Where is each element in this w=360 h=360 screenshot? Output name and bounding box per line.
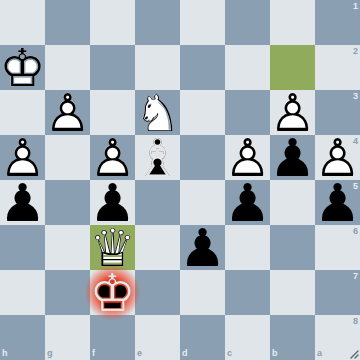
file-label-g: g bbox=[47, 349, 53, 358]
black-bishop[interactable]: ♝♗ bbox=[135, 135, 180, 180]
square-a7[interactable]: 7 bbox=[315, 270, 360, 315]
square-e1[interactable] bbox=[135, 0, 180, 45]
piece-fill-glyph: ♝ bbox=[135, 135, 180, 180]
piece-outline-glyph: ♙ bbox=[0, 135, 45, 180]
square-e6[interactable] bbox=[135, 225, 180, 270]
square-b1[interactable] bbox=[270, 0, 315, 45]
square-g7[interactable] bbox=[45, 270, 90, 315]
square-h8[interactable]: h bbox=[0, 315, 45, 360]
square-b6[interactable] bbox=[270, 225, 315, 270]
square-c1[interactable] bbox=[225, 0, 270, 45]
piece-outline-glyph: ♘ bbox=[135, 90, 180, 135]
piece-fill-glyph: ♟ bbox=[270, 90, 315, 135]
file-label-d: d bbox=[182, 349, 188, 358]
white-pawn[interactable]: ♟♙ bbox=[45, 90, 90, 135]
square-c3[interactable] bbox=[225, 90, 270, 135]
square-g2[interactable] bbox=[45, 45, 90, 90]
piece-fill-glyph: ♚ bbox=[0, 45, 45, 90]
piece-fill-glyph: ♛ bbox=[90, 225, 135, 270]
piece-outline-glyph: ♕ bbox=[90, 225, 135, 270]
piece-outline-glyph: ♙ bbox=[45, 90, 90, 135]
square-d4[interactable] bbox=[180, 135, 225, 180]
square-c2[interactable] bbox=[225, 45, 270, 90]
square-e8[interactable]: e bbox=[135, 315, 180, 360]
square-d7[interactable] bbox=[180, 270, 225, 315]
piece-fill-glyph: ♟ bbox=[225, 135, 270, 180]
piece-fill-glyph: ♟ bbox=[90, 180, 135, 225]
piece-fill-glyph: ♟ bbox=[45, 90, 90, 135]
square-g5[interactable] bbox=[45, 180, 90, 225]
square-f3[interactable] bbox=[90, 90, 135, 135]
file-label-b: b bbox=[272, 349, 278, 358]
square-f1[interactable] bbox=[90, 0, 135, 45]
square-d3[interactable] bbox=[180, 90, 225, 135]
white-king[interactable]: ♚♔ bbox=[0, 45, 45, 90]
rank-label-8: 8 bbox=[353, 317, 358, 326]
piece-outline-glyph: ♙ bbox=[315, 135, 360, 180]
square-c8[interactable]: c bbox=[225, 315, 270, 360]
white-pawn[interactable]: ♟♙ bbox=[225, 135, 270, 180]
black-pawn[interactable]: ♟ bbox=[225, 180, 270, 225]
piece-outline-glyph: ♔ bbox=[90, 270, 135, 315]
piece-outline-glyph: ♙ bbox=[225, 135, 270, 180]
square-d1[interactable] bbox=[180, 0, 225, 45]
square-b7[interactable] bbox=[270, 270, 315, 315]
square-g6[interactable] bbox=[45, 225, 90, 270]
square-d8[interactable]: d bbox=[180, 315, 225, 360]
file-label-c: c bbox=[227, 349, 232, 358]
resize-handle-icon[interactable] bbox=[348, 348, 359, 359]
piece-fill-glyph: ♟ bbox=[0, 180, 45, 225]
piece-outline-glyph: ♙ bbox=[90, 135, 135, 180]
chess-board: 1234567hgfedcb8a♚♔♟♙♞♘♟♙♟♙♟♙♝♗♟♙♟♟♙♟♟♟♟♛… bbox=[0, 0, 360, 360]
piece-fill-glyph: ♚ bbox=[90, 270, 135, 315]
square-h7[interactable] bbox=[0, 270, 45, 315]
white-queen[interactable]: ♛♕ bbox=[90, 225, 135, 270]
rank-label-7: 7 bbox=[353, 272, 358, 281]
white-pawn[interactable]: ♟♙ bbox=[315, 135, 360, 180]
piece-fill-glyph: ♟ bbox=[0, 135, 45, 180]
square-g1[interactable] bbox=[45, 0, 90, 45]
square-d5[interactable] bbox=[180, 180, 225, 225]
piece-fill-glyph: ♟ bbox=[225, 180, 270, 225]
square-a6[interactable]: 6 bbox=[315, 225, 360, 270]
square-c7[interactable] bbox=[225, 270, 270, 315]
square-a2[interactable]: 2 bbox=[315, 45, 360, 90]
rank-label-2: 2 bbox=[353, 47, 358, 56]
black-pawn[interactable]: ♟ bbox=[315, 180, 360, 225]
white-knight[interactable]: ♞♘ bbox=[135, 90, 180, 135]
rank-label-3: 3 bbox=[353, 92, 358, 101]
square-h1[interactable] bbox=[0, 0, 45, 45]
square-g8[interactable]: g bbox=[45, 315, 90, 360]
file-label-h: h bbox=[2, 349, 8, 358]
square-e7[interactable] bbox=[135, 270, 180, 315]
black-pawn[interactable]: ♟ bbox=[270, 135, 315, 180]
piece-outline-glyph: ♗ bbox=[135, 135, 180, 180]
piece-fill-glyph: ♞ bbox=[135, 90, 180, 135]
piece-outline-glyph: ♔ bbox=[0, 45, 45, 90]
square-f2[interactable] bbox=[90, 45, 135, 90]
square-b2[interactable] bbox=[270, 45, 315, 90]
square-h3[interactable] bbox=[0, 90, 45, 135]
piece-fill-glyph: ♟ bbox=[180, 225, 225, 270]
square-f8[interactable]: f bbox=[90, 315, 135, 360]
square-e5[interactable] bbox=[135, 180, 180, 225]
file-label-f: f bbox=[92, 349, 95, 358]
square-g4[interactable] bbox=[45, 135, 90, 180]
rank-label-1: 1 bbox=[353, 2, 358, 11]
rank-label-6: 6 bbox=[353, 227, 358, 236]
square-a3[interactable]: 3 bbox=[315, 90, 360, 135]
square-b5[interactable] bbox=[270, 180, 315, 225]
piece-fill-glyph: ♟ bbox=[90, 135, 135, 180]
white-pawn[interactable]: ♟♙ bbox=[90, 135, 135, 180]
square-h6[interactable] bbox=[0, 225, 45, 270]
white-pawn[interactable]: ♟♙ bbox=[0, 135, 45, 180]
white-pawn[interactable]: ♟♙ bbox=[270, 90, 315, 135]
black-pawn[interactable]: ♟ bbox=[0, 180, 45, 225]
square-c6[interactable] bbox=[225, 225, 270, 270]
black-pawn[interactable]: ♟ bbox=[180, 225, 225, 270]
piece-fill-glyph: ♟ bbox=[270, 135, 315, 180]
file-label-e: e bbox=[137, 349, 142, 358]
square-e2[interactable] bbox=[135, 45, 180, 90]
piece-fill-glyph: ♟ bbox=[315, 135, 360, 180]
black-king[interactable]: ♚♔ bbox=[90, 270, 135, 315]
piece-outline-glyph: ♙ bbox=[270, 90, 315, 135]
square-d2[interactable] bbox=[180, 45, 225, 90]
square-a1[interactable]: 1 bbox=[315, 0, 360, 45]
black-pawn[interactable]: ♟ bbox=[90, 180, 135, 225]
piece-fill-glyph: ♟ bbox=[315, 180, 360, 225]
file-label-a: a bbox=[317, 349, 322, 358]
square-b8[interactable]: b bbox=[270, 315, 315, 360]
